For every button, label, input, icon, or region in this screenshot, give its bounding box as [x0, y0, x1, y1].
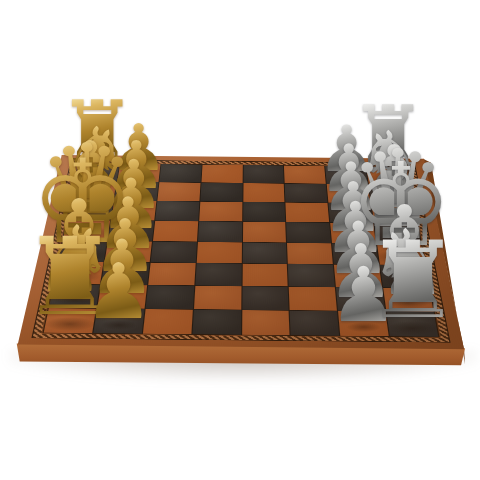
square-d3 — [153, 221, 198, 242]
square-h1 — [44, 308, 96, 333]
square-g3 — [145, 285, 194, 309]
square-a1 — [75, 163, 119, 181]
square-f6 — [288, 264, 335, 287]
square-g6 — [289, 287, 337, 311]
square-e2 — [104, 241, 151, 263]
square-e4 — [196, 242, 241, 264]
square-g1 — [49, 285, 100, 309]
board-perspective-wrapper — [0, 0, 480, 480]
square-d5 — [242, 222, 286, 243]
square-b4 — [200, 183, 242, 202]
square-g4 — [194, 286, 241, 310]
square-h2 — [93, 309, 144, 334]
square-h4 — [192, 310, 241, 335]
square-a7 — [325, 166, 368, 184]
square-e6 — [287, 243, 333, 265]
square-f4 — [195, 263, 241, 286]
square-a5 — [243, 165, 284, 183]
square-c5 — [243, 202, 286, 222]
square-c1 — [67, 200, 113, 220]
product-photo-scene: ♜♞♝♛♚♝♞♜♟♟♟♟♟♟♟♟♟♟♟♟♟♟♟♟♜♞♝♛♚♝♞♜ — [0, 0, 480, 480]
square-h7 — [338, 311, 389, 336]
square-g7 — [336, 287, 385, 311]
square-a3 — [159, 164, 201, 182]
square-a4 — [201, 165, 242, 183]
square-d8 — [374, 223, 421, 244]
square-c3 — [155, 201, 199, 221]
square-c8 — [372, 203, 418, 223]
square-h3 — [143, 309, 193, 334]
square-b6 — [285, 184, 328, 203]
square-b5 — [243, 183, 285, 202]
square-d4 — [198, 221, 242, 242]
square-b8 — [369, 184, 413, 203]
square-e3 — [150, 241, 196, 263]
square-h6 — [290, 311, 339, 336]
square-f5 — [242, 264, 288, 287]
square-b2 — [114, 182, 158, 201]
square-e7 — [332, 243, 379, 265]
square-a8 — [366, 166, 409, 184]
square-e5 — [242, 242, 287, 264]
square-d1 — [63, 220, 110, 241]
square-c7 — [329, 203, 374, 223]
square-d2 — [108, 220, 154, 241]
square-c4 — [199, 202, 242, 222]
square-f2 — [101, 262, 149, 285]
square-f1 — [54, 262, 104, 285]
square-d6 — [287, 222, 332, 243]
square-h5 — [242, 310, 290, 335]
square-b7 — [327, 184, 371, 203]
square-f7 — [334, 265, 382, 288]
chess-board — [18, 155, 464, 349]
square-c2 — [111, 201, 156, 221]
square-e8 — [377, 244, 425, 266]
square-g8 — [383, 288, 433, 312]
square-g2 — [97, 285, 147, 309]
square-e1 — [59, 240, 107, 262]
square-d7 — [330, 223, 376, 244]
square-a6 — [284, 166, 326, 184]
square-f8 — [380, 265, 429, 288]
square-h8 — [387, 312, 439, 337]
square-b3 — [157, 182, 200, 201]
square-g5 — [242, 286, 289, 310]
board-squares — [44, 163, 439, 336]
square-a2 — [117, 164, 160, 182]
square-c6 — [286, 202, 330, 222]
square-f3 — [148, 263, 195, 286]
square-b1 — [71, 181, 116, 200]
